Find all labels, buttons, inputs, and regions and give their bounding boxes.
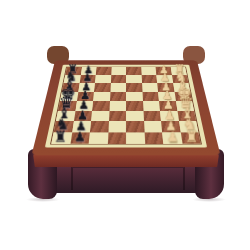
square-e4[interactable] [126,92,143,101]
chess-board: ♜♟♟♜♞♟♟♞♝♟♟♝♚♟♟♚♛♟♟♛♝♟♟♝♞♟♟♞♜♟♟♜ [32,60,221,155]
square-a2[interactable]: ♟ [162,132,182,144]
square-b4[interactable] [126,121,144,132]
piece-white-rook-a1[interactable]: ♜ [184,129,198,143]
board-margin: ♜♟♟♜♞♟♟♞♝♟♟♝♚♟♟♚♛♟♟♛♝♟♟♝♞♟♟♞♜♟♟♜ [45,65,207,148]
square-h3[interactable] [141,67,157,75]
square-h5[interactable] [111,67,126,75]
square-c5[interactable] [108,111,126,121]
piece-black-rook-a8[interactable]: ♜ [54,129,68,143]
square-g5[interactable] [110,75,126,83]
square-d3[interactable] [143,101,160,111]
square-a7[interactable]: ♟ [70,132,90,144]
square-c3[interactable] [143,111,161,121]
square-c4[interactable] [126,111,144,121]
square-g3[interactable] [141,75,157,83]
square-f6[interactable] [94,83,110,92]
square-a5[interactable] [107,132,126,144]
square-f3[interactable] [142,83,158,92]
square-h6[interactable] [96,67,112,75]
piece-black-pawn-a7[interactable]: ♟ [73,131,85,143]
square-a4[interactable] [126,132,145,144]
square-f4[interactable] [126,83,142,92]
square-h4[interactable] [126,67,141,75]
square-b6[interactable] [90,121,109,132]
square-f5[interactable] [110,83,126,92]
square-a8[interactable]: ♜ [51,132,71,144]
square-c6[interactable] [91,111,109,121]
square-g6[interactable] [95,75,111,83]
square-e6[interactable] [93,92,110,101]
square-a3[interactable] [144,132,163,144]
square-d6[interactable] [92,101,109,111]
square-g4[interactable] [126,75,142,83]
square-d5[interactable] [109,101,126,111]
board-scene: ♜♟♟♜♞♟♟♞♝♟♟♝♚♟♟♚♛♟♟♛♝♟♟♝♞♟♟♞♜♟♟♜ [45,20,207,182]
square-a6[interactable] [89,132,108,144]
square-d4[interactable] [126,101,143,111]
chess-set-photo: ♜♟♟♜♞♟♟♞♝♟♟♝♚♟♟♚♛♟♟♛♝♟♟♝♞♟♟♞♜♟♟♜ [0,0,250,250]
square-b3[interactable] [144,121,163,132]
piece-white-pawn-a2[interactable]: ♟ [167,131,179,143]
square-a1[interactable]: ♜ [180,132,200,144]
board-grid: ♜♟♟♜♞♟♟♞♝♟♟♝♚♟♟♚♛♟♟♛♝♟♟♝♞♟♟♞♜♟♟♜ [51,67,200,144]
square-e5[interactable] [110,92,127,101]
square-b5[interactable] [108,121,126,132]
square-e3[interactable] [142,92,159,101]
